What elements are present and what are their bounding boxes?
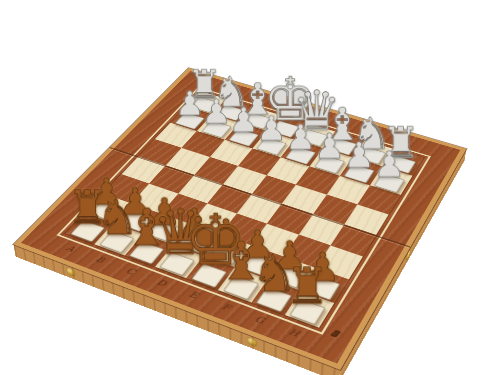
brass-clasp xyxy=(247,336,256,347)
file-label-A: A xyxy=(64,244,77,254)
file-label-F: F xyxy=(220,302,233,313)
pawn-glyph: ♟ xyxy=(367,147,412,183)
file-label-H: H xyxy=(287,327,302,339)
square-h6[interactable] xyxy=(357,185,401,214)
file-label-E: E xyxy=(187,289,201,300)
rook-glyph: ♜ xyxy=(282,262,334,312)
piece-black-pawn-h7[interactable]: ♟ xyxy=(367,147,412,183)
piece-white-rook-h1[interactable]: ♜ xyxy=(282,262,334,312)
chess-board: ♜♞♝♚♛♝♞♜♟♟♟♟♟♟♟♟♟♟♟♟♟♟♟♟♜♞♝♛♚♝♞♜ ABCDEFG… xyxy=(13,68,466,370)
file-label-C: C xyxy=(124,266,138,276)
photo-backdrop: ♜♞♝♚♛♝♞♜♟♟♟♟♟♟♟♟♟♟♟♟♟♟♟♟♜♞♝♛♚♝♞♜ ABCDEFG… xyxy=(0,0,500,375)
file-label-G: G xyxy=(253,314,267,326)
file-label-D: D xyxy=(155,277,169,288)
brass-clasp xyxy=(67,267,76,277)
rank-label-8: 8 xyxy=(329,328,341,339)
brass-hinge xyxy=(406,249,410,262)
file-label-B: B xyxy=(94,255,108,265)
